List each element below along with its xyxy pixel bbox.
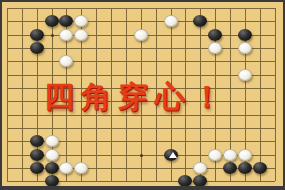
- black-stone: [223, 162, 237, 174]
- black-stone: [45, 162, 59, 174]
- white-stone: [164, 15, 178, 27]
- grid-line-horizontal: [7, 115, 275, 116]
- board-frame: [0, 0, 285, 2]
- black-stone: [238, 162, 252, 174]
- grid-line-horizontal: [7, 48, 275, 49]
- go-board: 四角穿心！: [0, 0, 285, 190]
- white-stone: [59, 55, 73, 67]
- grid-line-horizontal: [7, 75, 275, 76]
- white-stone: [74, 29, 88, 41]
- board-frame: [283, 0, 285, 190]
- black-stone: [253, 162, 267, 174]
- white-stone: [74, 162, 88, 174]
- grid-line-horizontal: [7, 128, 275, 129]
- black-stone: [238, 29, 252, 41]
- white-stone: [59, 162, 73, 174]
- black-stone: [30, 135, 44, 147]
- white-stone: [134, 29, 148, 41]
- grid-line-vertical: [275, 8, 276, 181]
- black-stone: [30, 162, 44, 174]
- white-stone: [45, 149, 59, 161]
- black-stone: [30, 42, 44, 54]
- white-stone: [238, 42, 252, 54]
- black-stone: [45, 15, 59, 27]
- white-stone: [59, 29, 73, 41]
- white-stone: [74, 15, 88, 27]
- white-stone: [208, 42, 222, 54]
- white-stone: [238, 149, 252, 161]
- grid-line-horizontal: [7, 61, 275, 62]
- white-stone: [223, 149, 237, 161]
- black-stone: [59, 15, 73, 27]
- last-move-marker: [169, 152, 177, 158]
- caption-text: 四角穿心！: [44, 82, 229, 112]
- board-frame: [0, 186, 285, 190]
- black-stone: [193, 15, 207, 27]
- black-stone: [208, 29, 222, 41]
- star-point: [51, 34, 54, 37]
- black-stone: [30, 149, 44, 161]
- black-stone: [30, 29, 44, 41]
- grid-line-horizontal: [7, 8, 275, 9]
- board-frame: [0, 0, 2, 190]
- star-point: [140, 154, 143, 157]
- white-stone: [238, 69, 252, 81]
- white-stone: [193, 162, 207, 174]
- white-stone: [45, 135, 59, 147]
- white-stone: [208, 149, 222, 161]
